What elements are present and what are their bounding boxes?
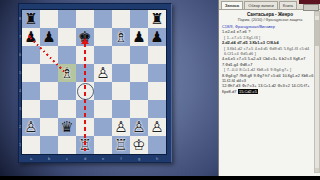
file-labels: abcdefgh — [22, 156, 166, 162]
chess-board-frame: ♜♜♟♟♚♗♟♟♗♙♙♛♙♙♙♖♖♔ abcdefgh 87654321 — [18, 3, 172, 163]
threat-arrow-d1-d7 — [84, 43, 86, 151]
board-overlays — [22, 10, 166, 154]
file-label-a: a — [22, 156, 40, 162]
tab-Книга[interactable]: Книга — [279, 1, 297, 9]
selected-move[interactable]: 15.Сd2-c5 — [238, 89, 258, 94]
scroll-up-icon[interactable] — [315, 12, 319, 16]
file-label-c: c — [58, 156, 76, 162]
scrollbar[interactable] — [314, 11, 320, 173]
scroll-down-icon[interactable] — [315, 168, 319, 172]
window-controls-chip[interactable] — [303, 4, 319, 11]
screenshot-root: ♜♜♟♟♚♗♟♟♗♙♙♛♙♙♙♖♖♔ abcdefgh 87654321 Зап… — [0, 0, 320, 180]
notation-panel: ЗаписьОбзор записиКнига Сантасьера - Жен… — [218, 0, 320, 176]
bottom-black-bar — [0, 176, 320, 180]
notation-line[interactable]: [ 3.Кb1-d2 c7-c5 4.e4:d5 Фd8:d5 5.Кg1-f3… — [222, 46, 314, 57]
file-label-e: e — [94, 156, 112, 162]
file-label-d: d — [76, 156, 94, 162]
tab-Запись[interactable]: Запись — [221, 1, 243, 9]
game-header: Сантасьера - Женро Париж, (2010) / Франц… — [219, 12, 320, 23]
notation-line[interactable]: 12.Фh7-d3 Фc7:c3+ 13.Сc1-d2 Фc3:c2 14.Сf… — [222, 83, 314, 94]
notation-line[interactable]: 8.Фg4:g7 Лh8-g8 9.Фg7:h7 c5:d4 10.Кg1-e2… — [222, 73, 314, 84]
file-label-h: h — [148, 156, 166, 162]
game-event: Париж, (2010) / Французская защита — [219, 18, 320, 23]
scroll-thumb[interactable] — [315, 20, 319, 46]
threat-arrow-c5-a7 — [30, 37, 67, 74]
notation-moves[interactable]: C18/9, Французская/Винавер1.e2-e4 e7-e6 … — [222, 24, 314, 94]
file-label-f: f — [112, 156, 130, 162]
tab-Обзор записи[interactable]: Обзор записи — [244, 1, 277, 9]
threat-arrow-dot-icon — [28, 35, 31, 38]
file-label-b: b — [40, 156, 58, 162]
circle-annotation-d4 — [77, 83, 94, 100]
file-label-g: g — [130, 156, 148, 162]
threat-arrow-head-icon — [81, 38, 89, 44]
board-window: ♜♜♟♟♚♗♟♟♗♙♙♛♙♙♙♖♖♔ abcdefgh 87654321 — [0, 0, 218, 176]
notation-line[interactable]: 4.e4-e5 c7-c5 5.a2-a3 Сb4:c3+ 6.b2:c3 Кg… — [222, 56, 314, 67]
